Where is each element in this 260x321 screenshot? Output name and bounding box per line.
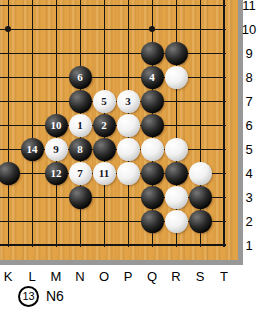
go-diagram: 64531012149812711 1110987654321 KLMNOPQR… (0, 0, 260, 321)
stone-black-S3 (189, 186, 212, 209)
stone-black-Q4 (141, 162, 164, 185)
stone-black-K4 (0, 162, 20, 185)
stone-white-R3 (165, 186, 188, 209)
stone-black-Q8-move-4: 4 (141, 66, 164, 89)
move-number-label: 6 (77, 72, 83, 83)
row-label-5: 5 (240, 142, 258, 157)
row-label-7: 7 (240, 94, 258, 109)
grid-line-v-T (223, 0, 225, 247)
white-stone-move-marker: 13 (18, 286, 39, 307)
stone-white-R5 (165, 138, 188, 161)
stone-black-M4-move-12: 12 (45, 162, 68, 185)
move-caption: 13 N6 (18, 285, 64, 307)
column-label-O: O (96, 269, 112, 284)
stone-black-O5 (93, 138, 116, 161)
stone-black-N5-move-8: 8 (69, 138, 92, 161)
stone-black-O6-move-2: 2 (93, 114, 116, 137)
move-number-label: 8 (77, 144, 83, 155)
column-label-N: N (72, 269, 88, 284)
stone-white-P4 (117, 162, 140, 185)
move-number-label: 4 (149, 72, 155, 83)
grid-line-h-8 (0, 77, 226, 78)
grid-line-h-11 (0, 5, 226, 6)
caption-location-text: N6 (46, 288, 64, 304)
row-label-11: 11 (240, 0, 258, 13)
grid-line-v-K (8, 0, 9, 247)
stone-black-N8-move-6: 6 (69, 66, 92, 89)
row-label-8: 8 (240, 70, 258, 85)
move-number-label: 12 (51, 168, 62, 179)
stone-white-P7-move-3: 3 (117, 90, 140, 113)
stone-black-L5-move-14: 14 (21, 138, 44, 161)
stone-black-N3 (69, 186, 92, 209)
grid-line-v-L (32, 0, 33, 247)
column-label-M: M (48, 269, 64, 284)
stone-black-R9 (165, 42, 188, 65)
stone-black-M6-move-10: 10 (45, 114, 68, 137)
move-number-label: 7 (77, 168, 83, 179)
stone-black-Q2 (141, 210, 164, 233)
column-label-L: L (24, 269, 40, 284)
grid-line-h-1 (0, 244, 226, 246)
row-label-6: 6 (240, 118, 258, 133)
move-number-label: 3 (125, 96, 131, 107)
stone-white-O7-move-5: 5 (93, 90, 116, 113)
star-point-K10 (5, 26, 11, 32)
row-label-2: 2 (240, 214, 258, 229)
row-label-9: 9 (240, 46, 258, 61)
row-label-4: 4 (240, 166, 258, 181)
move-number-label: 5 (101, 96, 107, 107)
star-point-Q10 (149, 26, 155, 32)
stone-black-S2 (189, 210, 212, 233)
move-number-label: 9 (53, 144, 59, 155)
move-number-label: 11 (99, 168, 109, 179)
stone-white-N4-move-7: 7 (69, 162, 92, 185)
stone-black-Q7 (141, 90, 164, 113)
row-label-1: 1 (240, 238, 258, 253)
column-label-R: R (168, 269, 184, 284)
stone-white-S4 (189, 162, 212, 185)
column-label-P: P (120, 269, 136, 284)
stone-white-N6-move-1: 1 (69, 114, 92, 137)
row-label-10: 10 (240, 22, 258, 37)
column-label-Q: Q (144, 269, 160, 284)
stone-black-R4 (165, 162, 188, 185)
go-board: 64531012149812711 (0, 0, 238, 260)
stone-black-Q3 (141, 186, 164, 209)
stone-white-Q5 (141, 138, 164, 161)
move-number-label: 2 (101, 120, 107, 131)
stone-white-P5 (117, 138, 140, 161)
stone-white-R8 (165, 66, 188, 89)
move-number-label: 1 (77, 120, 83, 131)
column-label-S: S (192, 269, 208, 284)
stone-black-Q9 (141, 42, 164, 65)
column-label-T: T (216, 269, 232, 284)
stone-white-O4-move-11: 11 (93, 162, 116, 185)
stone-black-Q6 (141, 114, 164, 137)
board-edge-shadow: 64531012149812711 (0, 0, 243, 265)
column-label-K: K (0, 269, 16, 284)
stone-white-P6 (117, 114, 140, 137)
row-label-3: 3 (240, 190, 258, 205)
grid-line-h-10 (0, 29, 226, 30)
grid-line-h-9 (0, 53, 226, 54)
stone-black-N7 (69, 90, 92, 113)
stone-white-M5-move-9: 9 (45, 138, 68, 161)
stone-white-R2 (165, 210, 188, 233)
move-number-label: 10 (51, 120, 62, 131)
move-number-label: 14 (27, 144, 38, 155)
